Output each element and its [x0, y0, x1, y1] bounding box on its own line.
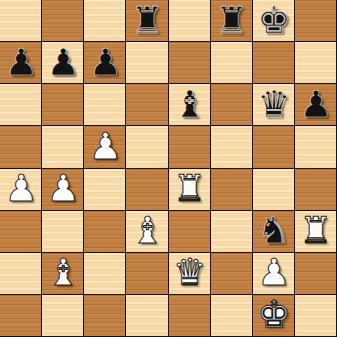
piece-black-king[interactable]: ♚	[257, 2, 290, 39]
piece-black-bishop[interactable]: ♝	[173, 86, 206, 123]
square-b3[interactable]	[42, 211, 84, 253]
square-a2[interactable]	[0, 253, 42, 295]
square-h2[interactable]	[295, 253, 337, 295]
piece-black-rook[interactable]: ♜	[131, 2, 164, 39]
square-d6[interactable]	[126, 84, 168, 126]
square-a6[interactable]	[0, 84, 42, 126]
square-g1[interactable]: ♚	[253, 295, 295, 337]
square-g8[interactable]: ♚	[253, 0, 295, 42]
square-a4[interactable]: ♟	[0, 169, 42, 211]
square-e2[interactable]: ♛	[169, 253, 211, 295]
square-h7[interactable]	[295, 42, 337, 84]
piece-white-pawn[interactable]: ♟	[47, 170, 80, 207]
piece-white-rook[interactable]: ♜	[299, 212, 332, 249]
piece-black-pawn[interactable]: ♟	[299, 86, 332, 123]
square-a7[interactable]: ♟	[0, 42, 42, 84]
square-g5[interactable]	[253, 126, 295, 168]
square-h1[interactable]	[295, 295, 337, 337]
piece-white-pawn[interactable]: ♟	[89, 128, 122, 165]
square-h6[interactable]: ♟	[295, 84, 337, 126]
square-f5[interactable]	[211, 126, 253, 168]
piece-black-queen[interactable]: ♛	[257, 86, 290, 123]
square-c3[interactable]	[84, 211, 126, 253]
square-c8[interactable]	[84, 0, 126, 42]
piece-white-pawn[interactable]: ♟	[4, 170, 37, 207]
square-d5[interactable]	[126, 126, 168, 168]
piece-white-pawn[interactable]: ♟	[257, 254, 290, 291]
square-d1[interactable]	[126, 295, 168, 337]
square-h8[interactable]	[295, 0, 337, 42]
chess-board: ♜♜♚♟♟♟♝♛♟♟♟♟♜♝♞♜♝♛♟♚	[0, 0, 337, 337]
square-d8[interactable]: ♜	[126, 0, 168, 42]
square-b4[interactable]: ♟	[42, 169, 84, 211]
square-c5[interactable]: ♟	[84, 126, 126, 168]
piece-white-queen[interactable]: ♛	[173, 254, 206, 291]
square-a5[interactable]	[0, 126, 42, 168]
square-a3[interactable]	[0, 211, 42, 253]
square-f7[interactable]	[211, 42, 253, 84]
piece-black-rook[interactable]: ♜	[215, 2, 248, 39]
square-f6[interactable]	[211, 84, 253, 126]
square-g6[interactable]: ♛	[253, 84, 295, 126]
piece-black-pawn[interactable]: ♟	[4, 44, 37, 81]
square-e3[interactable]	[169, 211, 211, 253]
square-c7[interactable]: ♟	[84, 42, 126, 84]
piece-black-pawn[interactable]: ♟	[47, 44, 80, 81]
piece-white-king[interactable]: ♚	[257, 296, 290, 333]
square-b8[interactable]	[42, 0, 84, 42]
square-c6[interactable]	[84, 84, 126, 126]
square-c1[interactable]	[84, 295, 126, 337]
square-d2[interactable]	[126, 253, 168, 295]
square-g7[interactable]	[253, 42, 295, 84]
square-b1[interactable]	[42, 295, 84, 337]
square-e1[interactable]	[169, 295, 211, 337]
square-h4[interactable]	[295, 169, 337, 211]
square-f8[interactable]: ♜	[211, 0, 253, 42]
square-g3[interactable]: ♞	[253, 211, 295, 253]
piece-black-pawn[interactable]: ♟	[89, 44, 122, 81]
square-h5[interactable]	[295, 126, 337, 168]
square-b6[interactable]	[42, 84, 84, 126]
square-c2[interactable]	[84, 253, 126, 295]
square-e8[interactable]	[169, 0, 211, 42]
square-e4[interactable]: ♜	[169, 169, 211, 211]
square-e6[interactable]: ♝	[169, 84, 211, 126]
square-g4[interactable]	[253, 169, 295, 211]
piece-white-bishop[interactable]: ♝	[131, 212, 164, 249]
square-d3[interactable]: ♝	[126, 211, 168, 253]
square-f2[interactable]	[211, 253, 253, 295]
square-g2[interactable]: ♟	[253, 253, 295, 295]
square-h3[interactable]: ♜	[295, 211, 337, 253]
chess-board-grid: ♜♜♚♟♟♟♝♛♟♟♟♟♜♝♞♜♝♛♟♚	[0, 0, 337, 337]
square-f1[interactable]	[211, 295, 253, 337]
square-b5[interactable]	[42, 126, 84, 168]
square-f4[interactable]	[211, 169, 253, 211]
piece-black-knight[interactable]: ♞	[257, 212, 290, 249]
piece-white-rook[interactable]: ♜	[173, 170, 206, 207]
square-a1[interactable]	[0, 295, 42, 337]
square-e7[interactable]	[169, 42, 211, 84]
square-d7[interactable]	[126, 42, 168, 84]
square-b2[interactable]: ♝	[42, 253, 84, 295]
square-b7[interactable]: ♟	[42, 42, 84, 84]
square-c4[interactable]	[84, 169, 126, 211]
square-d4[interactable]	[126, 169, 168, 211]
piece-white-bishop[interactable]: ♝	[47, 254, 80, 291]
square-e5[interactable]	[169, 126, 211, 168]
square-a8[interactable]	[0, 0, 42, 42]
square-f3[interactable]	[211, 211, 253, 253]
